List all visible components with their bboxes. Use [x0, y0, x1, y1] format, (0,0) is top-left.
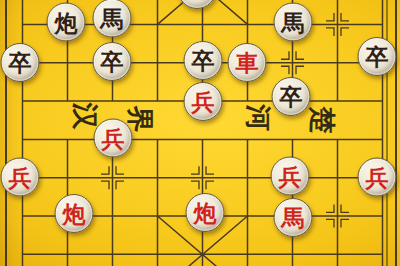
intersection-f3r3: 馬	[90, 5, 135, 43]
intersection-f6r6	[225, 120, 270, 158]
piece-red-horse-g8[interactable]: 馬	[274, 198, 313, 237]
intersection-f9r9	[360, 235, 400, 266]
piece-red-chariot-f4[interactable]: 車	[228, 43, 267, 82]
intersection-f2r3: 炮	[45, 5, 90, 43]
piece-glyph: 卒	[280, 85, 303, 108]
intersection-f2r6	[45, 120, 90, 158]
piece-glyph: 士	[186, 0, 209, 1]
intersection-f5r5: 兵	[180, 82, 225, 120]
intersection-f5r4: 卒	[180, 43, 225, 81]
intersection-f3r9	[90, 235, 135, 266]
intersection-f7r9	[270, 235, 315, 266]
piece-glyph: 卒	[192, 49, 215, 72]
intersection-f3r4: 卒	[90, 43, 135, 81]
intersection-f4r4	[135, 43, 180, 81]
intersection-f1r4: 卒	[0, 43, 45, 81]
intersection-f2r7	[45, 158, 90, 196]
intersection-f4r7	[135, 158, 180, 196]
piece-glyph: 炮	[63, 202, 86, 225]
intersection-f6r9	[225, 235, 270, 266]
intersection-f9r4: 卒	[360, 43, 400, 81]
intersection-f6r8	[225, 197, 270, 235]
intersection-f5r7	[180, 158, 225, 196]
intersection-f7r5: 卒	[270, 82, 315, 120]
piece-red-cannon-e8[interactable]: 炮	[186, 193, 225, 232]
intersection-f7r7: 兵	[270, 158, 315, 196]
piece-glyph: 馬	[282, 10, 305, 33]
piece-red-soldier-g7[interactable]: 兵	[271, 157, 310, 196]
xiangqi-board-photo: 汉界河楚 士炮馬馬卒卒卒車卒兵卒兵兵兵兵炮炮馬	[0, 0, 400, 266]
intersection-f4r9	[135, 235, 180, 266]
piece-black-soldier-g5[interactable]: 卒	[272, 77, 311, 116]
piece-red-soldier-e5[interactable]: 兵	[184, 82, 223, 121]
intersection-f8r6	[315, 120, 360, 158]
piece-black-horse-c3[interactable]: 馬	[93, 0, 132, 37]
intersection-f2r9	[45, 235, 90, 266]
intersection-f8r7	[315, 158, 360, 196]
intersection-f8r9	[315, 235, 360, 266]
intersection-f8r5	[315, 82, 360, 120]
piece-glyph: 兵	[366, 166, 389, 189]
piece-glyph: 兵	[279, 165, 302, 188]
intersection-f1r9	[0, 235, 45, 266]
piece-glyph: 卒	[101, 50, 124, 73]
intersection-f4r5	[135, 82, 180, 120]
intersection-f3r5	[90, 82, 135, 120]
intersection-f6r7	[225, 158, 270, 196]
intersection-f3r7	[90, 158, 135, 196]
piece-red-soldier-a7[interactable]: 兵	[1, 158, 40, 197]
piece-red-soldier-c6[interactable]: 兵	[94, 118, 133, 157]
intersection-f9r6	[360, 120, 400, 158]
intersection-f4r3	[135, 5, 180, 43]
intersection-f9r8	[360, 197, 400, 235]
intersection-f5r8: 炮	[180, 197, 225, 235]
intersection-f3r6: 兵	[90, 120, 135, 158]
intersection-f2r5	[45, 82, 90, 120]
intersection-f1r6	[0, 120, 45, 158]
piece-glyph: 兵	[102, 126, 125, 149]
intersection-f5r3	[180, 5, 225, 43]
intersection-f3r8	[90, 197, 135, 235]
intersection-f9r7: 兵	[360, 158, 400, 196]
piece-glyph: 炮	[194, 201, 217, 224]
intersection-f6r5	[225, 82, 270, 120]
intersection-f4r8	[135, 197, 180, 235]
piece-glyph: 兵	[9, 166, 32, 189]
intersection-f9r5	[360, 82, 400, 120]
piece-black-horse-g3[interactable]: 馬	[274, 2, 313, 41]
piece-glyph: 馬	[282, 206, 305, 229]
piece-red-soldier-i7[interactable]: 兵	[358, 158, 397, 197]
intersection-f1r5	[0, 82, 45, 120]
intersection-f4r6	[135, 120, 180, 158]
piece-black-cannon-b3[interactable]: 炮	[47, 2, 86, 41]
intersection-f8r8	[315, 197, 360, 235]
intersection-f2r4	[45, 43, 90, 81]
intersection-f5r6	[180, 120, 225, 158]
intersection-f6r3	[225, 5, 270, 43]
intersection-f1r3	[0, 5, 45, 43]
piece-glyph: 馬	[101, 6, 124, 29]
intersection-f7r3: 馬	[270, 5, 315, 43]
intersection-f7r4	[270, 43, 315, 81]
piece-glyph: 炮	[55, 10, 78, 33]
intersection-f8r4	[315, 43, 360, 81]
piece-glyph: 卒	[366, 45, 389, 68]
piece-black-soldier-a4[interactable]: 卒	[1, 43, 40, 82]
piece-black-soldier-i4[interactable]: 卒	[358, 37, 397, 76]
piece-black-soldier-c4[interactable]: 卒	[93, 42, 132, 81]
intersection-f7r8: 馬	[270, 197, 315, 235]
intersection-f8r3	[315, 5, 360, 43]
intersection-f7r6	[270, 120, 315, 158]
intersection-f2r8: 炮	[45, 197, 90, 235]
intersection-f6r4: 車	[225, 43, 270, 81]
intersection-f5r9	[180, 235, 225, 266]
piece-glyph: 兵	[192, 90, 215, 113]
piece-black-soldier-e4[interactable]: 卒	[184, 41, 223, 80]
piece-glyph: 卒	[9, 51, 32, 74]
intersection-f1r7: 兵	[0, 158, 45, 196]
board-grid: 士炮馬馬卒卒卒車卒兵卒兵兵兵兵炮炮馬	[0, 0, 400, 266]
piece-glyph: 車	[236, 51, 259, 74]
intersection-f1r8	[0, 197, 45, 235]
piece-red-cannon-b8[interactable]: 炮	[55, 194, 94, 233]
